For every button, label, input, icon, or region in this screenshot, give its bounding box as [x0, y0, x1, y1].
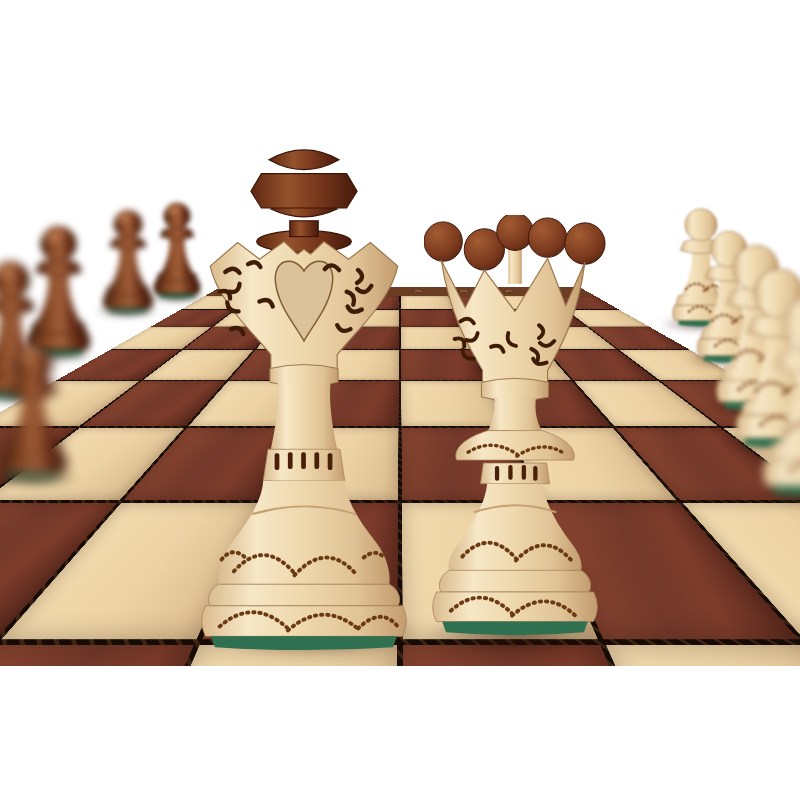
- white-king-d2-glyph: [195, 146, 413, 658]
- white-king-d2: [195, 146, 413, 658]
- chess-set-photo: [0, 0, 800, 800]
- black-pawn-a7: [99, 206, 157, 314]
- white-pawn-h4-glyph: [755, 289, 800, 497]
- black-pawn-a4: [0, 340, 72, 480]
- black-pawn-a4-glyph: [0, 340, 72, 480]
- white-queen-e2-glyph: [424, 215, 606, 653]
- photo-bottom-white-margin: [0, 666, 800, 800]
- white-pawn-h4: [755, 289, 800, 497]
- black-pawn-a7-glyph: [99, 206, 157, 314]
- white-queen-e2: [424, 215, 606, 653]
